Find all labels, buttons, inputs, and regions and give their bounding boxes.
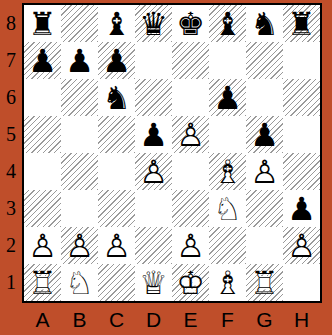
piece-white-bishop: ♝♗ (209, 153, 246, 190)
rank-label-5: 5 (0, 116, 22, 153)
square-d3[interactable] (135, 190, 172, 227)
piece-black-bishop: ♝ (209, 5, 246, 42)
square-d8[interactable]: ♛ (135, 5, 172, 42)
square-g6[interactable] (246, 79, 283, 116)
square-f8[interactable]: ♝ (209, 5, 246, 42)
square-h1[interactable] (283, 264, 320, 301)
rank-label-2: 2 (0, 227, 22, 264)
square-c6[interactable]: ♞ (98, 79, 135, 116)
square-b1[interactable]: ♞♘ (61, 264, 98, 301)
piece-white-rook: ♜♖ (246, 264, 283, 301)
piece-black-knight: ♞ (246, 5, 283, 42)
piece-black-pawn: ♟ (61, 42, 98, 79)
square-h2[interactable]: ♟♙ (283, 227, 320, 264)
piece-black-pawn: ♟ (283, 190, 320, 227)
piece-black-pawn: ♟ (209, 79, 246, 116)
rank-label-7: 7 (0, 42, 22, 79)
file-label-e: E (172, 307, 209, 333)
piece-white-pawn: ♟♙ (283, 227, 320, 264)
file-label-d: D (135, 307, 172, 333)
square-f4[interactable]: ♝♗ (209, 153, 246, 190)
square-e5[interactable]: ♟♙ (172, 116, 209, 153)
square-b5[interactable] (61, 116, 98, 153)
square-d5[interactable]: ♟ (135, 116, 172, 153)
square-g5[interactable]: ♟ (246, 116, 283, 153)
square-c5[interactable] (98, 116, 135, 153)
square-g4[interactable]: ♟♙ (246, 153, 283, 190)
square-c7[interactable]: ♟ (98, 42, 135, 79)
square-f1[interactable]: ♝♗ (209, 264, 246, 301)
rank-label-3: 3 (0, 190, 22, 227)
square-h7[interactable] (283, 42, 320, 79)
piece-white-queen: ♛♕ (135, 264, 172, 301)
square-a4[interactable] (24, 153, 61, 190)
square-b6[interactable] (61, 79, 98, 116)
piece-white-pawn: ♟♙ (24, 227, 61, 264)
piece-white-pawn: ♟♙ (172, 227, 209, 264)
piece-black-knight: ♞ (98, 79, 135, 116)
piece-white-pawn: ♟♙ (172, 116, 209, 153)
square-a6[interactable] (24, 79, 61, 116)
square-c1[interactable] (98, 264, 135, 301)
square-a5[interactable] (24, 116, 61, 153)
square-b7[interactable]: ♟ (61, 42, 98, 79)
square-d7[interactable] (135, 42, 172, 79)
square-a3[interactable] (24, 190, 61, 227)
piece-black-pawn: ♟ (24, 42, 61, 79)
square-e3[interactable] (172, 190, 209, 227)
square-c4[interactable] (98, 153, 135, 190)
piece-white-pawn: ♟♙ (98, 227, 135, 264)
file-label-f: F (209, 307, 246, 333)
square-g7[interactable] (246, 42, 283, 79)
chess-board[interactable]: ♜♝♛♚♝♞♜♟♟♟♞♟♟♟♙♟♟♙♝♗♟♙♞♘♟♟♙♟♙♟♙♟♙♟♙♜♖♞♘♛… (22, 3, 322, 303)
square-e8[interactable]: ♚ (172, 5, 209, 42)
square-f7[interactable] (209, 42, 246, 79)
square-d6[interactable] (135, 79, 172, 116)
square-h5[interactable] (283, 116, 320, 153)
piece-white-pawn: ♟♙ (246, 153, 283, 190)
square-c2[interactable]: ♟♙ (98, 227, 135, 264)
square-b3[interactable] (61, 190, 98, 227)
piece-white-rook: ♜♖ (24, 264, 61, 301)
piece-white-bishop: ♝♗ (209, 264, 246, 301)
file-label-g: G (246, 307, 283, 333)
square-g2[interactable] (246, 227, 283, 264)
square-b8[interactable] (61, 5, 98, 42)
piece-black-pawn: ♟ (246, 116, 283, 153)
rank-label-4: 4 (0, 153, 22, 190)
square-h6[interactable] (283, 79, 320, 116)
square-c8[interactable]: ♝ (98, 5, 135, 42)
square-d4[interactable]: ♟♙ (135, 153, 172, 190)
piece-black-rook: ♜ (24, 5, 61, 42)
piece-black-pawn: ♟ (98, 42, 135, 79)
square-h8[interactable]: ♜ (283, 5, 320, 42)
piece-white-pawn: ♟♙ (61, 227, 98, 264)
piece-white-king: ♚♔ (172, 264, 209, 301)
piece-white-pawn: ♟♙ (135, 153, 172, 190)
square-d1[interactable]: ♛♕ (135, 264, 172, 301)
square-a8[interactable]: ♜ (24, 5, 61, 42)
square-e7[interactable] (172, 42, 209, 79)
piece-white-knight: ♞♘ (209, 190, 246, 227)
square-b2[interactable]: ♟♙ (61, 227, 98, 264)
square-h3[interactable]: ♟ (283, 190, 320, 227)
square-f5[interactable] (209, 116, 246, 153)
square-f2[interactable] (209, 227, 246, 264)
piece-black-bishop: ♝ (98, 5, 135, 42)
square-g8[interactable]: ♞ (246, 5, 283, 42)
file-label-h: H (283, 307, 320, 333)
file-label-b: B (61, 307, 98, 333)
square-b4[interactable] (61, 153, 98, 190)
square-a7[interactable]: ♟ (24, 42, 61, 79)
rank-label-1: 1 (0, 264, 22, 301)
file-label-c: C (98, 307, 135, 333)
square-a2[interactable]: ♟♙ (24, 227, 61, 264)
square-f6[interactable]: ♟ (209, 79, 246, 116)
square-e4[interactable] (172, 153, 209, 190)
piece-black-rook: ♜ (283, 5, 320, 42)
square-d2[interactable] (135, 227, 172, 264)
square-e2[interactable]: ♟♙ (172, 227, 209, 264)
square-c3[interactable] (98, 190, 135, 227)
square-h4[interactable] (283, 153, 320, 190)
piece-black-king: ♚ (172, 5, 209, 42)
square-a1[interactable]: ♜♖ (24, 264, 61, 301)
file-label-a: A (24, 307, 61, 333)
rank-labels: 87654321 (0, 5, 22, 301)
piece-black-pawn: ♟ (135, 116, 172, 153)
piece-white-knight: ♞♘ (61, 264, 98, 301)
square-g3[interactable] (246, 190, 283, 227)
square-e1[interactable]: ♚♔ (172, 264, 209, 301)
square-e6[interactable] (172, 79, 209, 116)
file-labels: ABCDEFGH (24, 307, 320, 333)
rank-label-8: 8 (0, 5, 22, 42)
rank-label-6: 6 (0, 79, 22, 116)
piece-black-queen: ♛ (135, 5, 172, 42)
chess-diagram: 87654321 ♜♝♛♚♝♞♜♟♟♟♞♟♟♟♙♟♟♙♝♗♟♙♞♘♟♟♙♟♙♟♙… (0, 0, 332, 335)
square-f3[interactable]: ♞♘ (209, 190, 246, 227)
square-g1[interactable]: ♜♖ (246, 264, 283, 301)
